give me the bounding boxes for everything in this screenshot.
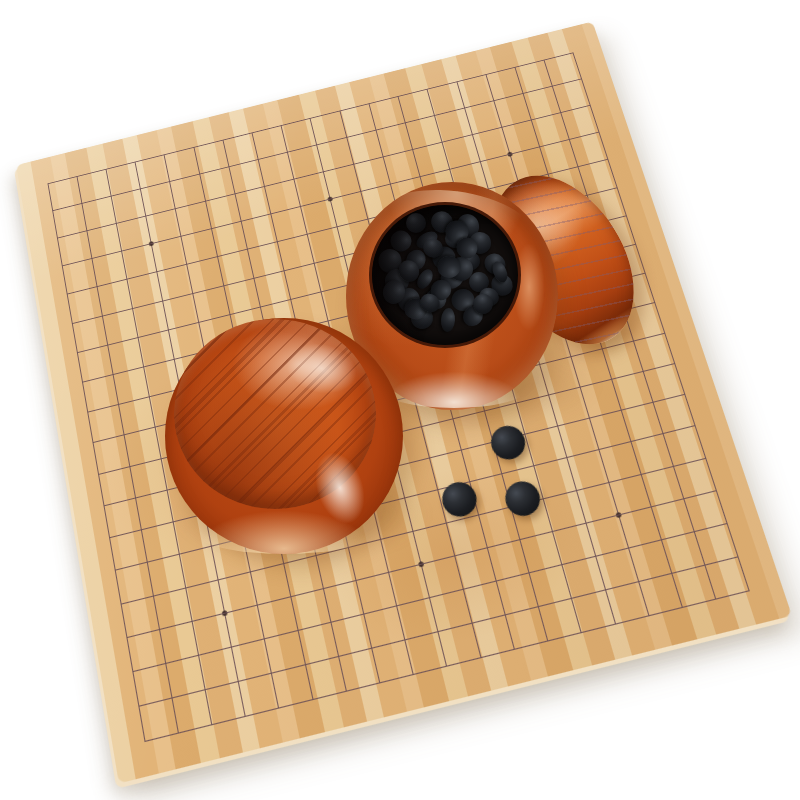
- bowl-opening-with-black-stones: [369, 202, 521, 348]
- scene: [0, 0, 800, 800]
- black-stone-on-board: [487, 423, 529, 464]
- black-stone-on-board: [438, 478, 480, 519]
- closed-stone-bowl: [165, 318, 403, 554]
- bowl-interior-shadow: [372, 205, 518, 345]
- black-stone-on-board: [502, 478, 545, 520]
